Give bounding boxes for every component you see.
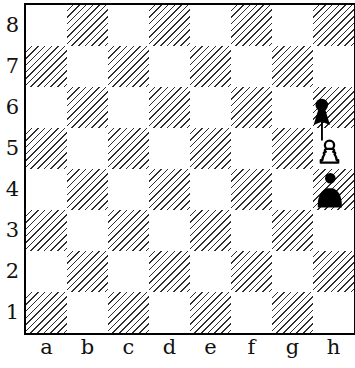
square-g3[interactable] bbox=[272, 210, 313, 251]
file-label-f: f bbox=[231, 334, 272, 360]
square-e5[interactable] bbox=[190, 128, 231, 169]
square-b3[interactable] bbox=[67, 210, 108, 251]
file-label-e: e bbox=[190, 334, 231, 360]
file-label-d: d bbox=[149, 334, 190, 360]
square-f2[interactable] bbox=[231, 251, 272, 292]
square-e4[interactable] bbox=[190, 169, 231, 210]
rank-label-7: 7 bbox=[0, 46, 19, 87]
square-f1[interactable] bbox=[231, 292, 272, 333]
square-h2[interactable] bbox=[313, 251, 354, 292]
marker-person-silhouette-h4[interactable] bbox=[316, 172, 343, 208]
rank-label-5: 5 bbox=[0, 128, 19, 169]
rank-label-3: 3 bbox=[0, 210, 19, 251]
square-a4[interactable] bbox=[26, 169, 67, 210]
square-e7[interactable] bbox=[190, 46, 231, 87]
square-f6[interactable] bbox=[231, 87, 272, 128]
square-g1[interactable] bbox=[272, 292, 313, 333]
square-g7[interactable] bbox=[272, 46, 313, 87]
square-g5[interactable] bbox=[272, 128, 313, 169]
square-f7[interactable] bbox=[231, 46, 272, 87]
square-c7[interactable] bbox=[108, 46, 149, 87]
square-b5[interactable] bbox=[67, 128, 108, 169]
file-label-c: c bbox=[108, 334, 149, 360]
file-label-h: h bbox=[313, 334, 354, 360]
square-e1[interactable] bbox=[190, 292, 231, 333]
square-b1[interactable] bbox=[67, 292, 108, 333]
square-a5[interactable] bbox=[26, 128, 67, 169]
square-f5[interactable] bbox=[231, 128, 272, 169]
person-icon bbox=[316, 172, 343, 208]
file-label-g: g bbox=[272, 334, 313, 360]
square-g2[interactable] bbox=[272, 251, 313, 292]
square-g6[interactable] bbox=[272, 87, 313, 128]
square-d7[interactable] bbox=[149, 46, 190, 87]
square-c5[interactable] bbox=[108, 128, 149, 169]
pushpin-icon bbox=[312, 98, 332, 142]
square-e6[interactable] bbox=[190, 87, 231, 128]
square-d8[interactable] bbox=[149, 5, 190, 46]
square-h7[interactable] bbox=[313, 46, 354, 87]
square-c8[interactable] bbox=[108, 5, 149, 46]
square-f4[interactable] bbox=[231, 169, 272, 210]
file-label-a: a bbox=[26, 334, 67, 360]
marker-pushpin-h6[interactable] bbox=[312, 98, 332, 142]
square-d1[interactable] bbox=[149, 292, 190, 333]
square-d5[interactable] bbox=[149, 128, 190, 169]
square-b7[interactable] bbox=[67, 46, 108, 87]
square-c6[interactable] bbox=[108, 87, 149, 128]
rank-label-8: 8 bbox=[0, 5, 19, 46]
rank-label-6: 6 bbox=[0, 87, 19, 128]
square-e8[interactable] bbox=[190, 5, 231, 46]
rank-label-1: 1 bbox=[0, 292, 19, 333]
square-g8[interactable] bbox=[272, 5, 313, 46]
square-e3[interactable] bbox=[190, 210, 231, 251]
square-d3[interactable] bbox=[149, 210, 190, 251]
file-label-b: b bbox=[67, 334, 108, 360]
rank-label-4: 4 bbox=[0, 169, 19, 210]
square-b8[interactable] bbox=[67, 5, 108, 46]
square-c3[interactable] bbox=[108, 210, 149, 251]
square-b6[interactable] bbox=[67, 87, 108, 128]
square-f8[interactable] bbox=[231, 5, 272, 46]
square-a6[interactable] bbox=[26, 87, 67, 128]
square-e2[interactable] bbox=[190, 251, 231, 292]
chess-board bbox=[24, 3, 355, 335]
square-f3[interactable] bbox=[231, 210, 272, 251]
square-h3[interactable] bbox=[313, 210, 354, 251]
square-c2[interactable] bbox=[108, 251, 149, 292]
square-a7[interactable] bbox=[26, 46, 67, 87]
square-g4[interactable] bbox=[272, 169, 313, 210]
rank-label-2: 2 bbox=[0, 251, 19, 292]
square-a2[interactable] bbox=[26, 251, 67, 292]
chess-diagram: 87654321abcdefgh bbox=[0, 0, 355, 368]
white-pawn-icon bbox=[315, 139, 344, 165]
square-b4[interactable] bbox=[67, 169, 108, 210]
piece-white-pawn-h5[interactable] bbox=[315, 139, 344, 165]
square-d4[interactable] bbox=[149, 169, 190, 210]
square-a3[interactable] bbox=[26, 210, 67, 251]
square-h1[interactable] bbox=[313, 292, 354, 333]
square-d2[interactable] bbox=[149, 251, 190, 292]
square-d6[interactable] bbox=[149, 87, 190, 128]
square-c4[interactable] bbox=[108, 169, 149, 210]
square-h8[interactable] bbox=[313, 5, 354, 46]
square-b2[interactable] bbox=[67, 251, 108, 292]
square-a1[interactable] bbox=[26, 292, 67, 333]
square-a8[interactable] bbox=[26, 5, 67, 46]
square-c1[interactable] bbox=[108, 292, 149, 333]
